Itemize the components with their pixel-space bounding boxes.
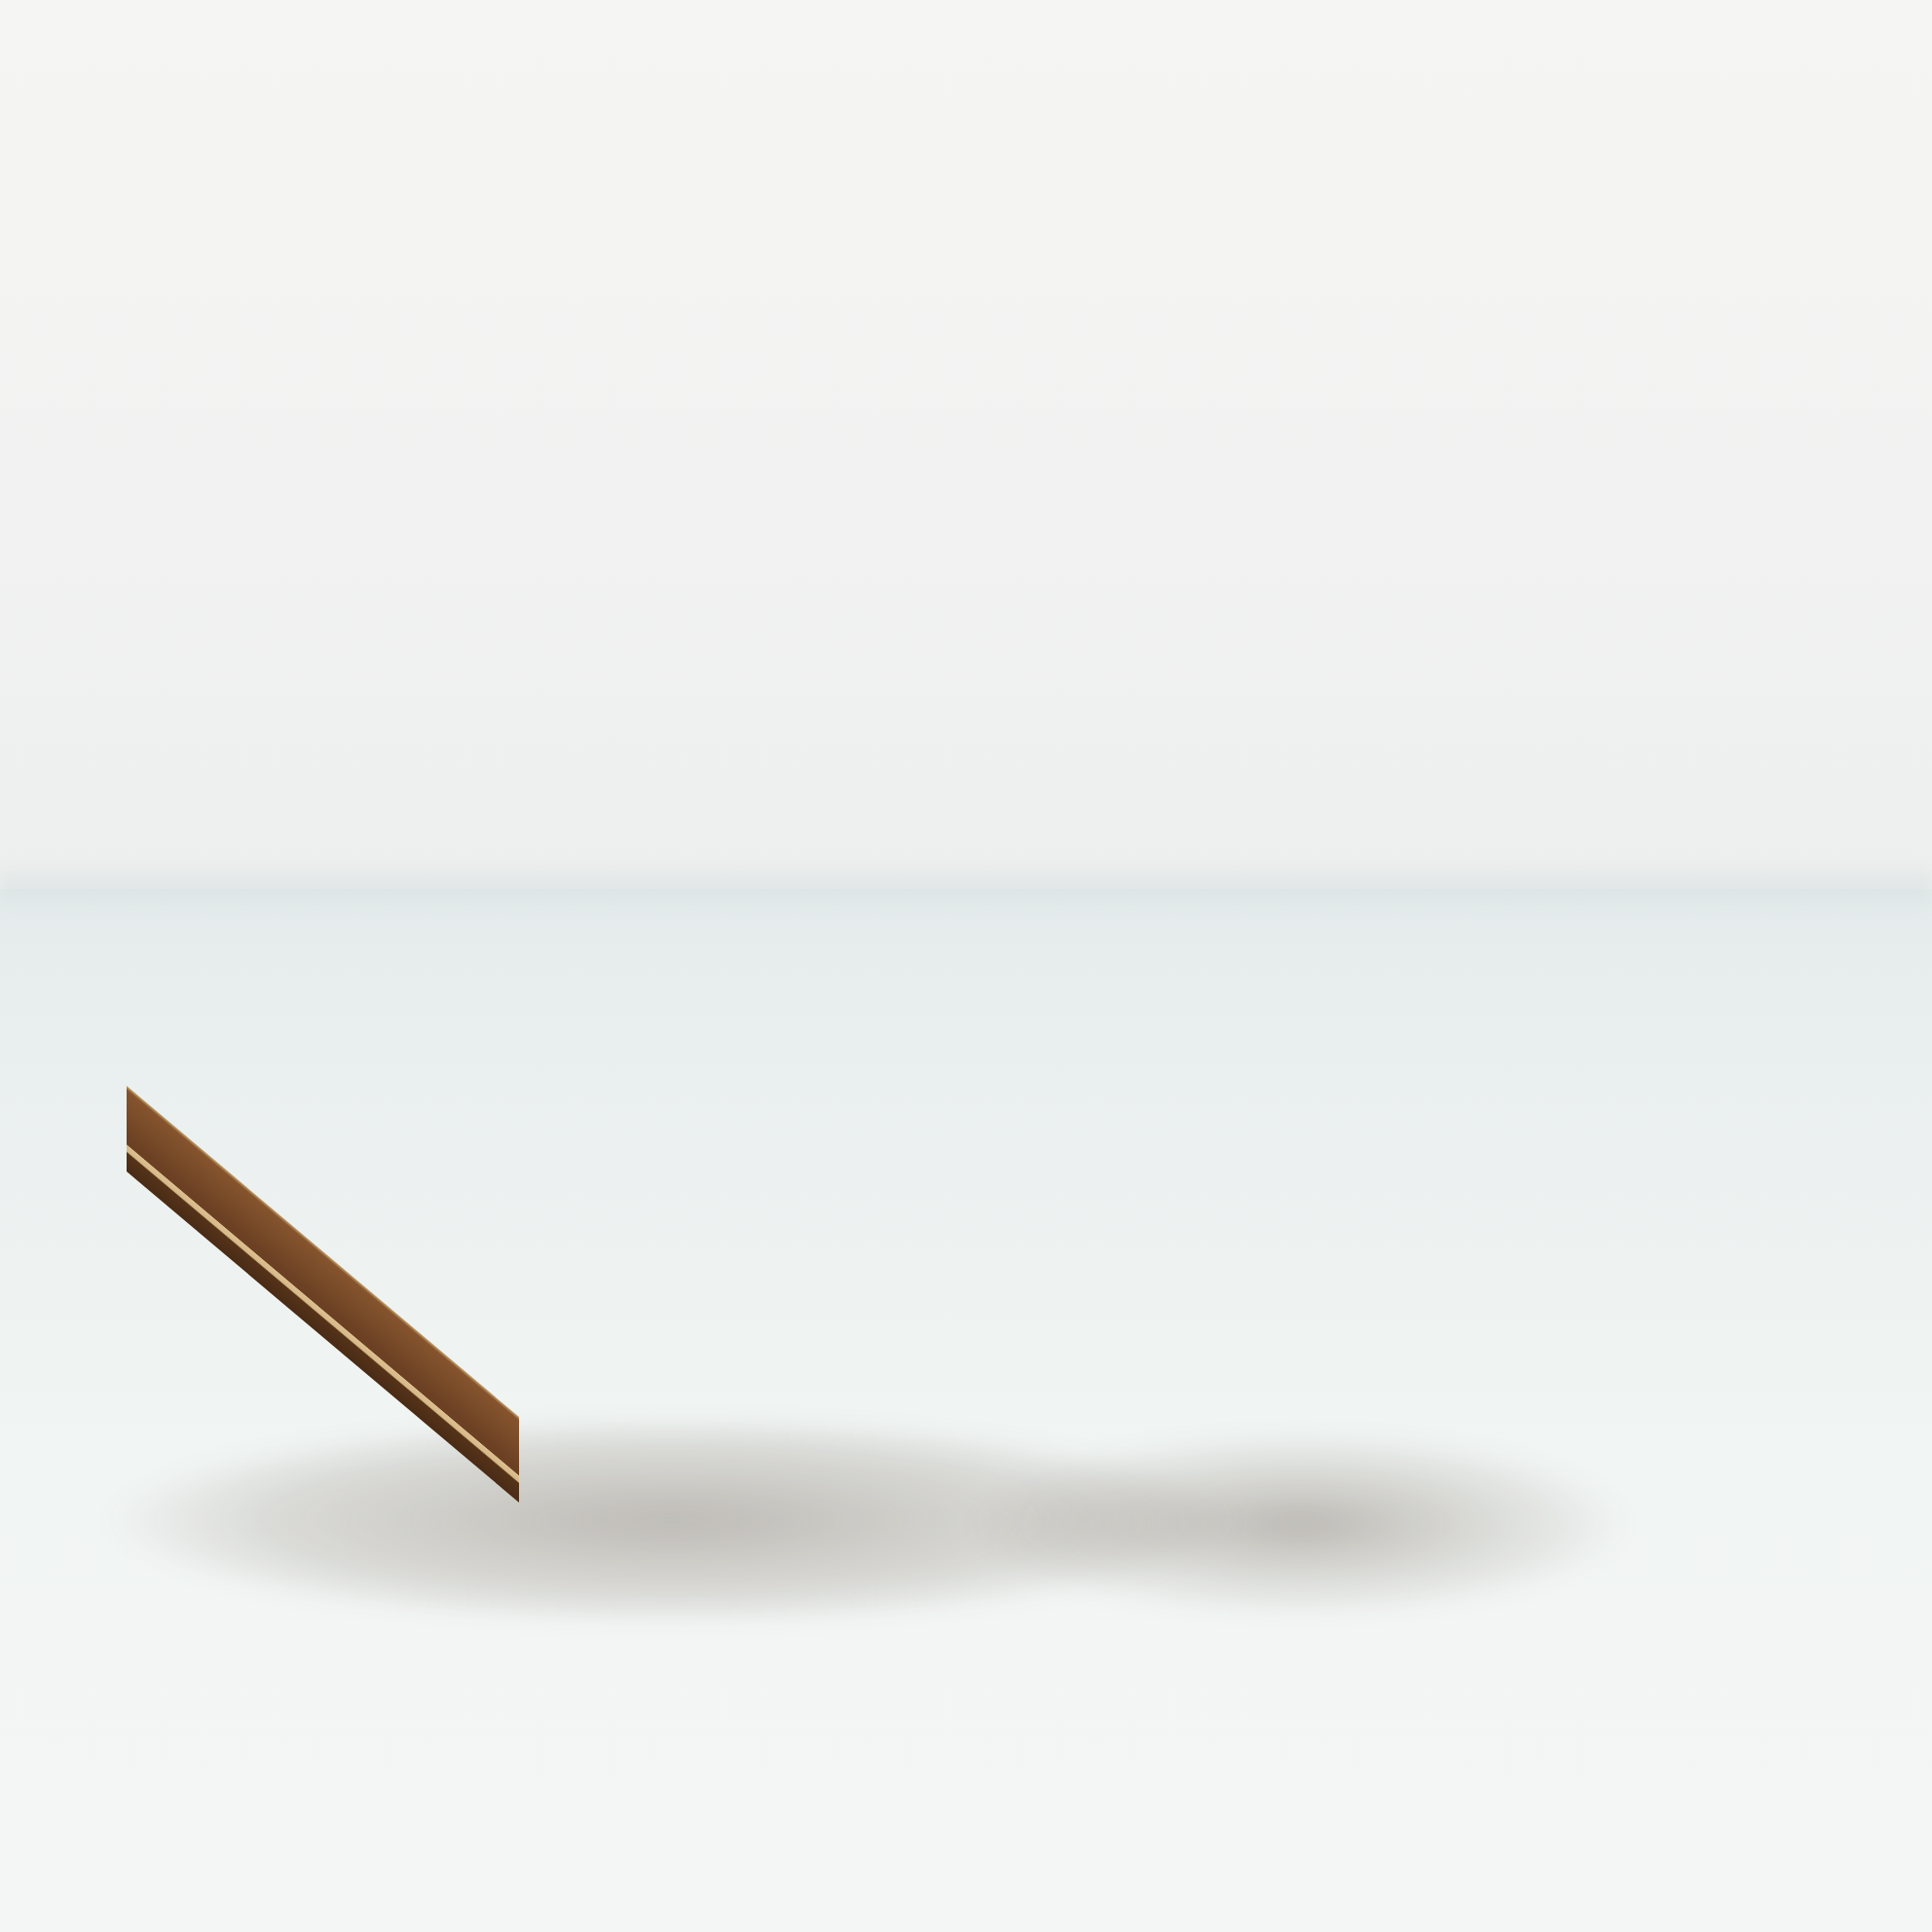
pile-cast-shadow (837, 1363, 1763, 1655)
scene: ♝♟♟♟♟♜♞♟♞ ♟♟♟♜♜♟♜♞♟♟♟♟♟♚♜♟ (0, 0, 1932, 1932)
